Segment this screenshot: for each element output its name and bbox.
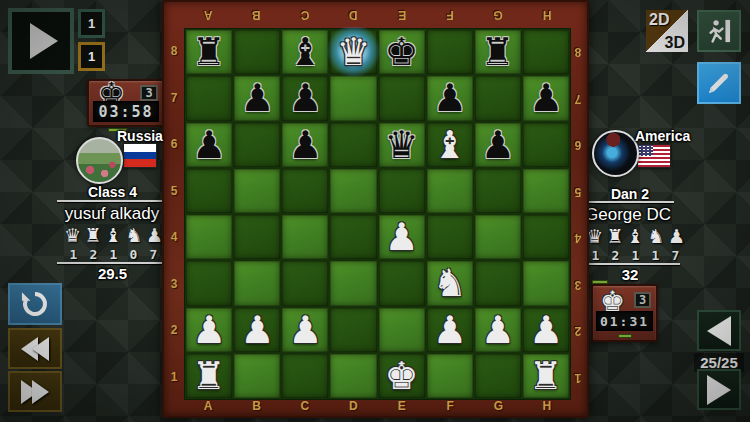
edit-button[interactable] <box>697 62 741 104</box>
square-b5[interactable] <box>234 169 280 213</box>
piece-black-bishop-c8: ♝ <box>288 33 322 71</box>
square-e5[interactable] <box>379 169 425 213</box>
square-d2[interactable] <box>330 308 376 352</box>
file-label-h: H <box>523 2 571 28</box>
square-g2[interactable]: ♟ <box>475 308 521 352</box>
rotate-icon <box>19 288 51 320</box>
usa-flag <box>637 144 671 168</box>
file-label-e: E <box>378 2 426 28</box>
square-h1[interactable]: ♜ <box>523 354 569 398</box>
forward-arrow-icon <box>707 375 731 405</box>
square-f8[interactable] <box>427 30 473 74</box>
white-player-class: Dan 2 <box>585 186 675 202</box>
piece-black-queen-e6: ♛ <box>385 126 419 164</box>
white-clock-badge: 3 <box>634 292 651 308</box>
square-h4[interactable] <box>523 215 569 259</box>
rank-label-6: 6 <box>164 121 184 168</box>
divider <box>588 263 680 265</box>
black-count-knight: 0 <box>124 247 143 262</box>
square-g4[interactable] <box>475 215 521 259</box>
black-count-bishop: 1 <box>104 247 123 262</box>
white-count-pawn: 7 <box>666 248 685 263</box>
piece-white-pawn-b2: ♟ <box>240 311 274 349</box>
file-label-g: G <box>474 2 522 28</box>
square-a2[interactable]: ♟ <box>186 308 232 352</box>
square-c2[interactable]: ♟ <box>282 308 328 352</box>
square-g3[interactable] <box>475 261 521 305</box>
prev-move-button[interactable] <box>697 310 741 351</box>
piece-white-pawn-c2: ♟ <box>288 311 322 349</box>
square-e1[interactable]: ♚ <box>379 354 425 398</box>
back-arrow-icon <box>707 316 731 346</box>
white-count-knight: 1 <box>646 248 665 263</box>
rank-label-4: 4 <box>164 214 184 261</box>
white-clock[interactable]: ♚ 3 01:31 <box>591 284 658 342</box>
black-player-avatar[interactable] <box>76 137 123 184</box>
black-player-class: Class 4 <box>55 184 170 200</box>
square-e7[interactable] <box>379 76 425 120</box>
rank-label-3: 3 <box>164 261 184 308</box>
app-screen: ABCDEFGH ABCDEFGH 87654321 87654321 ♜♝♛♚… <box>0 0 750 422</box>
file-label-d: D <box>329 2 377 28</box>
rank-label-7: 7 <box>164 75 184 122</box>
rank-label-8: 8 <box>164 28 184 75</box>
square-e2[interactable] <box>379 308 425 352</box>
file-labels-top: ABCDEFGH <box>184 2 571 28</box>
rank-label-2: 2 <box>569 307 587 354</box>
white-player-name: George DC <box>577 205 679 225</box>
piece-white-pawn-g2: ♟ <box>481 311 515 349</box>
white-material-icons: ♛♜♝♞♟ <box>586 227 685 246</box>
material-icon-queen: ♛ <box>64 226 81 245</box>
exit-button[interactable] <box>697 10 741 52</box>
piece-black-pawn-b7: ♟ <box>240 79 274 117</box>
white-material-counts: 12117 <box>586 248 685 263</box>
square-a4[interactable] <box>186 215 232 259</box>
black-clock[interactable]: ♚ 3 03:58 <box>87 79 165 127</box>
square-e6[interactable]: ♛ <box>379 123 425 167</box>
piece-white-rook-h1: ♜ <box>529 357 563 395</box>
black-player-name: yusuf alkady <box>52 204 172 224</box>
piece-black-pawn-c7: ♟ <box>288 79 322 117</box>
rewind-button[interactable] <box>8 328 62 369</box>
square-h8[interactable] <box>523 30 569 74</box>
piece-white-pawn-f2: ♟ <box>433 311 467 349</box>
rank-label-2: 2 <box>164 307 184 354</box>
divider <box>588 201 674 203</box>
square-b3[interactable] <box>234 261 280 305</box>
piece-white-bishop-f6: ♝ <box>433 126 467 164</box>
square-a8[interactable]: ♜ <box>186 30 232 74</box>
game-tab-2[interactable]: 1 <box>78 42 105 71</box>
divider <box>57 262 167 264</box>
play-button[interactable] <box>8 8 74 74</box>
file-label-a: A <box>184 2 232 28</box>
black-clock-time: 03:58 <box>93 101 159 122</box>
square-e4[interactable]: ♟ <box>379 215 425 259</box>
file-label-f: F <box>426 2 474 28</box>
square-c8[interactable]: ♝ <box>282 30 328 74</box>
pencil-icon <box>705 69 733 97</box>
square-h7[interactable]: ♟ <box>523 76 569 120</box>
square-b2[interactable]: ♟ <box>234 308 280 352</box>
square-a5[interactable] <box>186 169 232 213</box>
rotate-board-button[interactable] <box>8 283 62 325</box>
square-a1[interactable]: ♜ <box>186 354 232 398</box>
material-icon-rook: ♜ <box>84 226 101 245</box>
square-a6[interactable]: ♟ <box>186 123 232 167</box>
rank-labels-left: 87654321 <box>164 28 184 400</box>
piece-black-pawn-a6: ♟ <box>192 126 226 164</box>
white-player-avatar[interactable] <box>592 130 639 177</box>
square-h6[interactable] <box>523 123 569 167</box>
square-a7[interactable] <box>186 76 232 120</box>
square-h3[interactable] <box>523 261 569 305</box>
black-country-label: Russia <box>117 128 163 144</box>
square-d7[interactable] <box>330 76 376 120</box>
label-3d: 3D <box>665 34 685 52</box>
material-icon-knight: ♞ <box>125 226 142 245</box>
next-move-button[interactable] <box>697 369 741 410</box>
piece-black-pawn-h7: ♟ <box>529 79 563 117</box>
square-b4[interactable] <box>234 215 280 259</box>
view-2d3d-toggle[interactable]: 2D 3D <box>646 10 688 52</box>
material-icon-pawn: ♟ <box>668 227 685 246</box>
square-g1[interactable] <box>475 354 521 398</box>
square-c6[interactable]: ♟ <box>282 123 328 167</box>
square-d1[interactable] <box>330 354 376 398</box>
white-country-label: America <box>635 128 690 144</box>
rank-label-6: 6 <box>569 121 587 168</box>
material-icon-pawn: ♟ <box>146 226 163 245</box>
square-e8[interactable]: ♚ <box>379 30 425 74</box>
square-b7[interactable]: ♟ <box>234 76 280 120</box>
rank-label-3: 3 <box>569 261 587 308</box>
piece-black-rook-g8: ♜ <box>481 33 515 71</box>
square-f5[interactable] <box>427 169 473 213</box>
fast-forward-button[interactable] <box>8 371 62 412</box>
label-2d: 2D <box>649 11 669 29</box>
exit-door-runner-icon <box>705 17 733 45</box>
piece-white-queen-d8: ♛ <box>336 33 370 71</box>
square-g8[interactable]: ♜ <box>475 30 521 74</box>
square-d8[interactable]: ♛ <box>330 30 376 74</box>
piece-black-pawn-g6: ♟ <box>481 126 515 164</box>
piece-black-pawn-c6: ♟ <box>288 126 322 164</box>
square-c3[interactable] <box>282 261 328 305</box>
rank-label-7: 7 <box>569 75 587 122</box>
square-c4[interactable] <box>282 215 328 259</box>
square-a3[interactable] <box>186 261 232 305</box>
piece-white-rook-a1: ♜ <box>192 357 226 395</box>
piece-white-pawn-h2: ♟ <box>529 311 563 349</box>
rank-label-1: 1 <box>164 354 184 401</box>
black-material-counts: 12107 <box>64 247 163 262</box>
game-tab-1[interactable]: 1 <box>78 9 105 38</box>
square-f6[interactable]: ♝ <box>427 123 473 167</box>
black-count-rook: 2 <box>84 247 103 262</box>
material-icon-bishop: ♝ <box>627 227 644 246</box>
board-grid: ♜♝♛♚♜♟♟♟♟♟♟♛♝♟♟♞♟♟♟♟♟♟♜♚♜ <box>184 28 571 400</box>
square-h5[interactable] <box>523 169 569 213</box>
material-icon-bishop: ♝ <box>105 226 122 245</box>
square-d6[interactable] <box>330 123 376 167</box>
russia-flag <box>123 143 157 168</box>
square-e3[interactable] <box>379 261 425 305</box>
black-material-score: 29.5 <box>55 265 170 282</box>
divider <box>57 200 167 202</box>
square-f2[interactable]: ♟ <box>427 308 473 352</box>
white-count-rook: 2 <box>606 248 625 263</box>
square-c1[interactable] <box>282 354 328 398</box>
black-material-icons: ♛♜♝♞♟ <box>64 226 163 245</box>
square-g5[interactable] <box>475 169 521 213</box>
piece-white-king-e1: ♚ <box>385 357 419 395</box>
square-g6[interactable]: ♟ <box>475 123 521 167</box>
chess-board: ABCDEFGH ABCDEFGH 87654321 87654321 ♜♝♛♚… <box>162 0 589 418</box>
square-f4[interactable] <box>427 215 473 259</box>
black-clock-badge: 3 <box>140 85 158 101</box>
file-label-b: B <box>232 2 280 28</box>
piece-white-knight-f3: ♞ <box>433 264 467 302</box>
white-turn-indicator-top <box>592 280 608 284</box>
white-turn-indicator-bottom <box>618 334 632 338</box>
square-f7[interactable]: ♟ <box>427 76 473 120</box>
white-clock-time: 01:31 <box>596 311 653 331</box>
file-label-c: C <box>281 2 329 28</box>
piece-white-pawn-a2: ♟ <box>192 311 226 349</box>
white-count-bishop: 1 <box>626 248 645 263</box>
play-icon <box>30 23 58 59</box>
square-h2[interactable]: ♟ <box>523 308 569 352</box>
black-count-pawn: 7 <box>144 247 163 262</box>
rank-label-8: 8 <box>569 28 587 75</box>
square-b1[interactable] <box>234 354 280 398</box>
rank-label-5: 5 <box>164 168 184 215</box>
rank-label-4: 4 <box>569 214 587 261</box>
square-d3[interactable] <box>330 261 376 305</box>
square-d5[interactable] <box>330 169 376 213</box>
square-c7[interactable]: ♟ <box>282 76 328 120</box>
piece-white-pawn-e4: ♟ <box>385 218 419 256</box>
square-c5[interactable] <box>282 169 328 213</box>
rank-labels-right: 87654321 <box>569 28 587 400</box>
black-count-queen: 1 <box>64 247 83 262</box>
square-b8[interactable] <box>234 30 280 74</box>
square-b6[interactable] <box>234 123 280 167</box>
piece-black-pawn-f7: ♟ <box>433 79 467 117</box>
square-g7[interactable] <box>475 76 521 120</box>
material-icon-rook: ♜ <box>606 227 623 246</box>
piece-black-king-e8: ♚ <box>385 33 419 71</box>
material-icon-knight: ♞ <box>647 227 664 246</box>
square-f3[interactable]: ♞ <box>427 261 473 305</box>
rank-label-5: 5 <box>569 168 587 215</box>
piece-black-rook-a8: ♜ <box>192 33 226 71</box>
square-f1[interactable] <box>427 354 473 398</box>
rank-label-1: 1 <box>569 354 587 401</box>
square-d4[interactable] <box>330 215 376 259</box>
